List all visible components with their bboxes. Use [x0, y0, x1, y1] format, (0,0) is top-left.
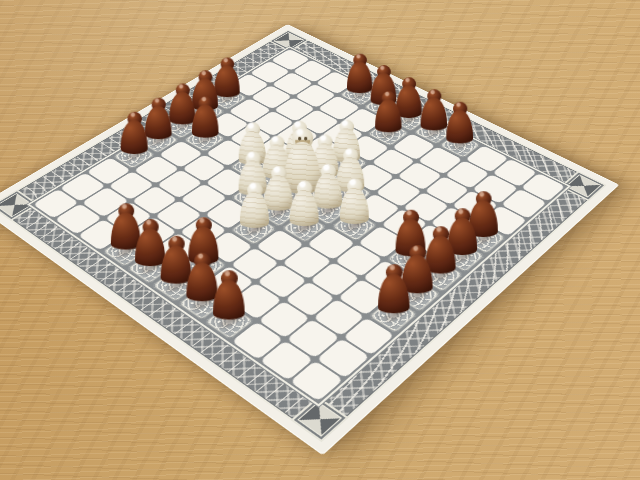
attacker-piece[interactable]: [144, 98, 172, 140]
attacker-piece[interactable]: [346, 54, 373, 94]
defender-piece[interactable]: [238, 182, 269, 228]
defender-piece[interactable]: [289, 181, 320, 226]
table-surface: [0, 0, 640, 480]
hnefatafl-board: [0, 24, 619, 455]
king-face: [294, 135, 309, 147]
attacker-piece[interactable]: [420, 89, 448, 130]
attacker-piece[interactable]: [212, 270, 246, 320]
attacker-piece[interactable]: [446, 102, 475, 144]
defender-piece[interactable]: [339, 179, 370, 224]
attacker-piece[interactable]: [376, 264, 410, 313]
attacker-piece[interactable]: [168, 84, 196, 125]
attacker-piece[interactable]: [120, 112, 149, 154]
attacker-piece[interactable]: [214, 57, 241, 97]
pieces-layer: [30, 47, 568, 403]
